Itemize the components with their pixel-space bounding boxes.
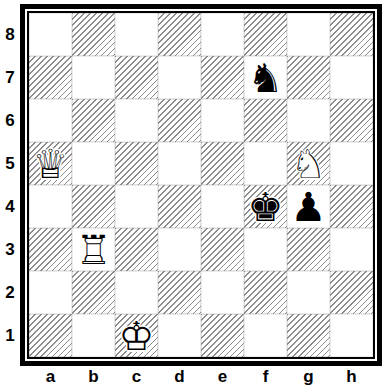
rank-label-1: 1 (0, 314, 20, 357)
square-b3: ♜♖ (72, 228, 115, 271)
square-h4 (330, 185, 373, 228)
square-d8 (158, 13, 201, 56)
white-knight-g5: ♞♘ (287, 142, 330, 185)
piece-glyph: ♔ (115, 314, 158, 357)
square-f5 (244, 142, 287, 185)
square-g3 (287, 228, 330, 271)
square-a2 (29, 271, 72, 314)
square-a6 (29, 99, 72, 142)
rank-label-7: 7 (0, 56, 20, 99)
square-g8 (287, 13, 330, 56)
square-a1 (29, 314, 72, 357)
black-king-f4: ♚♚ (244, 185, 287, 228)
chess-diagram: 87654321 ♞♞♛♕♞♘♚♚♟♟♜♖♚♔ abcdefgh (0, 0, 385, 389)
square-c2 (115, 271, 158, 314)
rank-label-4: 4 (0, 185, 20, 228)
square-h1 (330, 314, 373, 357)
rank-label-5: 5 (0, 142, 20, 185)
square-g4: ♟♟ (287, 185, 330, 228)
square-g2 (287, 271, 330, 314)
square-c5 (115, 142, 158, 185)
rank-label-6: 6 (0, 99, 20, 142)
square-e6 (201, 99, 244, 142)
square-a8 (29, 13, 72, 56)
white-rook-b3: ♜♖ (72, 228, 115, 271)
square-h8 (330, 13, 373, 56)
square-d4 (158, 185, 201, 228)
file-label-b: b (72, 366, 115, 388)
square-e3 (201, 228, 244, 271)
square-h5 (330, 142, 373, 185)
black-knight-f7: ♞♞ (244, 56, 287, 99)
white-queen-a5: ♛♕ (29, 142, 72, 185)
white-king-c1: ♚♔ (115, 314, 158, 357)
square-d1 (158, 314, 201, 357)
chess-board: ♞♞♛♕♞♘♚♚♟♟♜♖♚♔ (27, 11, 375, 359)
rank-label-2: 2 (0, 271, 20, 314)
board-frame: ♞♞♛♕♞♘♚♚♟♟♜♖♚♔ (20, 4, 382, 366)
square-f8 (244, 13, 287, 56)
square-e8 (201, 13, 244, 56)
square-e2 (201, 271, 244, 314)
square-f4: ♚♚ (244, 185, 287, 228)
file-label-e: e (201, 366, 244, 388)
square-e4 (201, 185, 244, 228)
square-f3 (244, 228, 287, 271)
square-b8 (72, 13, 115, 56)
square-b4 (72, 185, 115, 228)
square-f2 (244, 271, 287, 314)
square-d3 (158, 228, 201, 271)
rank-labels: 87654321 (0, 13, 20, 357)
piece-glyph: ♞ (244, 56, 287, 99)
square-f7: ♞♞ (244, 56, 287, 99)
square-b1 (72, 314, 115, 357)
square-a5: ♛♕ (29, 142, 72, 185)
square-d2 (158, 271, 201, 314)
square-g7 (287, 56, 330, 99)
piece-glyph: ♟ (287, 185, 330, 228)
file-label-c: c (115, 366, 158, 388)
piece-glyph: ♚ (244, 185, 287, 228)
square-c8 (115, 13, 158, 56)
square-b6 (72, 99, 115, 142)
rank-label-3: 3 (0, 228, 20, 271)
square-c4 (115, 185, 158, 228)
square-c1: ♚♔ (115, 314, 158, 357)
square-e7 (201, 56, 244, 99)
file-label-f: f (244, 366, 287, 388)
square-c3 (115, 228, 158, 271)
file-label-a: a (29, 366, 72, 388)
square-c6 (115, 99, 158, 142)
square-h3 (330, 228, 373, 271)
square-f6 (244, 99, 287, 142)
square-g6 (287, 99, 330, 142)
square-d7 (158, 56, 201, 99)
piece-glyph: ♕ (29, 142, 72, 185)
piece-glyph: ♘ (287, 142, 330, 185)
square-d6 (158, 99, 201, 142)
square-g5: ♞♘ (287, 142, 330, 185)
square-a3 (29, 228, 72, 271)
rank-label-8: 8 (0, 13, 20, 56)
square-a4 (29, 185, 72, 228)
square-h2 (330, 271, 373, 314)
square-f1 (244, 314, 287, 357)
black-pawn-g4: ♟♟ (287, 185, 330, 228)
square-h6 (330, 99, 373, 142)
file-label-d: d (158, 366, 201, 388)
square-d5 (158, 142, 201, 185)
square-a7 (29, 56, 72, 99)
square-e1 (201, 314, 244, 357)
square-g1 (287, 314, 330, 357)
file-label-h: h (330, 366, 373, 388)
piece-glyph: ♖ (72, 228, 115, 271)
square-h7 (330, 56, 373, 99)
square-b2 (72, 271, 115, 314)
square-b5 (72, 142, 115, 185)
square-e5 (201, 142, 244, 185)
file-labels: abcdefgh (29, 366, 373, 388)
file-label-g: g (287, 366, 330, 388)
square-b7 (72, 56, 115, 99)
square-c7 (115, 56, 158, 99)
